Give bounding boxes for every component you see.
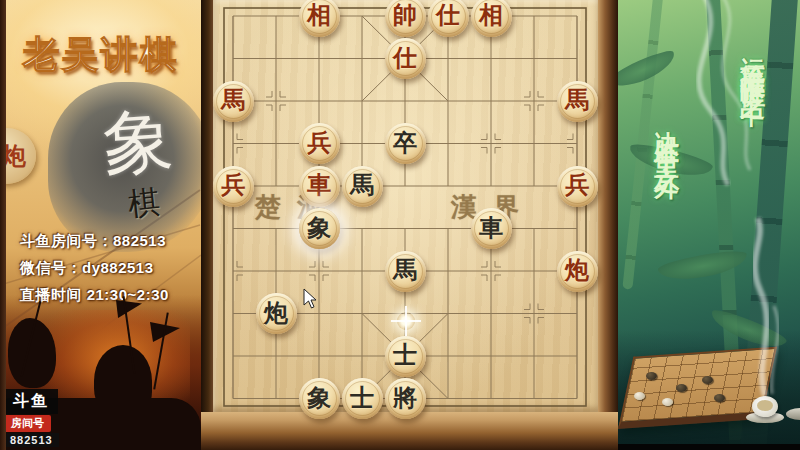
left-banner-panel: 老吴讲棋 象 棋 炮 斗鱼房间号：882513 微信号：dy882513 直播时…: [0, 0, 201, 450]
mouse-cursor: [303, 288, 319, 310]
piece-glyph: 帥: [393, 0, 417, 31]
piece-glyph: 象: [307, 212, 331, 244]
piece-glyph: 卒: [393, 127, 417, 159]
motto-column-right: 运筹帷幄之中: [736, 36, 769, 90]
piece-red-馬[interactable]: 馬: [557, 81, 598, 122]
teacup-tea: [757, 400, 773, 411]
platform-badge: 斗鱼 房间号 882513: [4, 389, 59, 447]
xiangqi-board[interactable]: 楚河 漢界 相帥仕相仕馬馬兵卒兵車馬兵象車馬炮炮士象士將: [213, 0, 598, 412]
piece-glyph: 炮: [565, 254, 589, 286]
piece-black-炮[interactable]: 炮: [256, 293, 297, 334]
go-stone: [646, 372, 657, 380]
xiangqi-board-frame: 楚河 漢界 相帥仕相仕馬馬兵卒兵車馬兵象車馬炮炮士象士將: [201, 0, 618, 450]
piece-glyph: 馬: [350, 169, 374, 201]
piece-red-仕[interactable]: 仕: [385, 38, 426, 79]
piece-black-卒[interactable]: 卒: [385, 123, 426, 164]
platform-name: 斗鱼: [4, 389, 58, 414]
stream-screen: 老吴讲棋 象 棋 炮 斗鱼房间号：882513 微信号：dy882513 直播时…: [0, 0, 800, 450]
motto-column-left: 决胜千里之外: [650, 110, 683, 164]
piece-glyph: 馬: [565, 84, 589, 116]
piece-red-兵[interactable]: 兵: [213, 166, 254, 207]
piece-red-相[interactable]: 相: [299, 0, 340, 37]
frame-left-edge: [201, 0, 213, 450]
piece-glyph: 士: [350, 382, 374, 414]
stream-title: 老吴讲棋: [0, 30, 201, 80]
piece-red-炮[interactable]: 炮: [557, 251, 598, 292]
piece-black-馬[interactable]: 馬: [342, 166, 383, 207]
piece-glyph: 相: [307, 0, 331, 31]
piece-black-車[interactable]: 車: [471, 208, 512, 249]
piece-glyph: 象: [307, 382, 331, 414]
piece-black-士[interactable]: 士: [385, 336, 426, 377]
bottom-black-bar: [618, 444, 800, 450]
wechat-line: 微信号：dy882513: [20, 254, 200, 281]
piece-red-相[interactable]: 相: [471, 0, 512, 37]
piece-red-兵[interactable]: 兵: [557, 166, 598, 207]
piece-black-象[interactable]: 象: [299, 378, 340, 419]
room-number-line: 斗鱼房间号：882513: [20, 227, 200, 254]
piece-glyph: 兵: [307, 127, 331, 159]
piece-glyph: 兵: [221, 169, 245, 201]
bamboo-leaf: [657, 247, 749, 284]
calligraphy-xiang: 象: [75, 92, 201, 194]
piece-black-將[interactable]: 將: [385, 378, 426, 419]
piece-glyph: 兵: [565, 169, 589, 201]
left-edge-strip: [0, 0, 6, 450]
go-stone: [714, 394, 725, 402]
piece-glyph: 仕: [393, 42, 417, 74]
piece-black-象[interactable]: 象: [299, 208, 340, 249]
go-stone: [702, 376, 713, 384]
piece-red-帥[interactable]: 帥: [385, 0, 426, 37]
piece-glyph: 相: [479, 0, 503, 31]
piece-glyph: 馬: [393, 254, 417, 286]
piece-glyph: 仕: [436, 0, 460, 31]
piece-glyph: 將: [393, 382, 417, 414]
piece-black-馬[interactable]: 馬: [385, 251, 426, 292]
piece-glyph: 車: [307, 169, 331, 201]
piece-black-士[interactable]: 士: [342, 378, 383, 419]
go-stone: [676, 384, 687, 392]
go-stone: [634, 392, 645, 400]
piece-red-車[interactable]: 車: [299, 166, 340, 207]
piece-glyph: 士: [393, 339, 417, 371]
room-id: 882513: [4, 433, 59, 447]
frame-right-edge: [598, 0, 618, 450]
piece-red-兵[interactable]: 兵: [299, 123, 340, 164]
piece-glyph: 炮: [264, 297, 288, 329]
right-banner-panel: 运筹帷幄之中 决胜千里之外: [618, 0, 800, 450]
move-highlight-sparkle: [397, 312, 415, 330]
piece-glyph: 馬: [221, 84, 245, 116]
piece-red-馬[interactable]: 馬: [213, 81, 254, 122]
room-label: 房间号: [4, 415, 51, 432]
go-stone: [662, 398, 673, 406]
piece-glyph: 車: [479, 212, 503, 244]
piece-red-仕[interactable]: 仕: [428, 0, 469, 37]
calligraphy-qi: 棋: [126, 180, 162, 227]
